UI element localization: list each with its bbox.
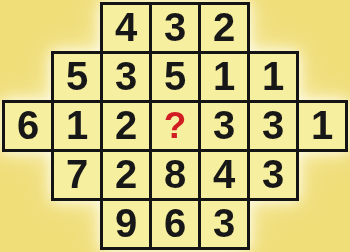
cell-r2c3: 3	[100, 51, 152, 103]
board-row-1: 4 3 2	[2, 2, 348, 54]
board-row-5: 9 6 3	[2, 198, 348, 250]
cell-r5c3: 9	[100, 198, 152, 250]
cell-r4c2: 7	[51, 149, 103, 201]
cell-r2c2: 5	[51, 51, 103, 103]
cell-r1c3: 4	[100, 2, 152, 54]
cell-r3c1: 6	[2, 100, 54, 152]
cell-r3c5: 3	[198, 100, 250, 152]
cell-r4c4: 8	[149, 149, 201, 201]
cell-r5c4: 6	[149, 198, 201, 250]
board-row-2: 5 3 5 1 1	[2, 51, 348, 103]
cell-r4c3: 2	[100, 149, 152, 201]
board-row-4: 7 2 8 4 3	[2, 149, 348, 201]
cell-r3c6: 3	[247, 100, 299, 152]
cell-r1c5: 2	[198, 2, 250, 54]
cell-r2c5: 1	[198, 51, 250, 103]
cell-r4c6: 3	[247, 149, 299, 201]
cell-r1c4: 3	[149, 2, 201, 54]
cell-r2c6: 1	[247, 51, 299, 103]
cell-r5c5: 3	[198, 198, 250, 250]
cell-r2c4: 5	[149, 51, 201, 103]
cell-r3c2: 1	[51, 100, 103, 152]
cell-r3c7: 1	[296, 100, 348, 152]
board-row-3: 6 1 2 ? 3 3 1	[2, 100, 348, 152]
missing-value-cell: ?	[149, 100, 201, 152]
puzzle-board: 4 3 2 5 3 5 1 1 6 1 2 ? 3 3 1 7 2 8 4 3 …	[2, 2, 348, 250]
cell-r3c3: 2	[100, 100, 152, 152]
cell-r4c5: 4	[198, 149, 250, 201]
